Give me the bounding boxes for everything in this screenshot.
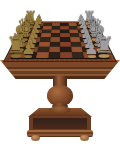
chess-table: ♜♟♟♜♞♟♟♞♝♟♟♝♛♟♟♛♚♟♟♚♝♟♟♝♞♟♟♞♜♟♟♜ [0, 0, 120, 144]
pieces-layer: ♜♟♟♜♞♟♟♞♝♟♟♝♛♟♟♛♚♟♟♚♝♟♟♝♞♟♟♞♜♟♟♜ [0, 0, 120, 144]
piece-glyph: ♜ [91, 34, 118, 56]
piece-glyph: ♟ [19, 41, 38, 57]
chess-piece-gold-p[interactable]: ♟ [19, 41, 38, 57]
chess-piece-silver-r[interactable]: ♜ [91, 34, 118, 56]
